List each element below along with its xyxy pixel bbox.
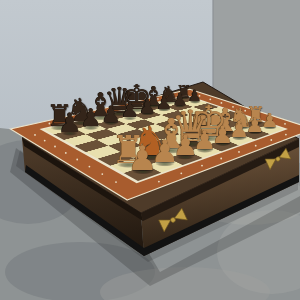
frame-coordinate-mark <box>44 140 46 142</box>
frame-coordinate-mark <box>180 172 182 174</box>
frame-coordinate-mark <box>257 114 259 116</box>
frame-coordinate-mark <box>157 98 159 100</box>
frame-coordinate-mark <box>49 123 51 125</box>
frame-coordinate-mark <box>270 139 272 141</box>
frame-coordinate-mark <box>89 166 91 168</box>
frame-coordinate-mark <box>270 118 272 120</box>
frame-coordinate-mark <box>89 113 91 115</box>
frame-coordinate-mark <box>220 158 222 160</box>
frame-coordinate-mark <box>172 95 174 97</box>
frame-coordinate-mark <box>209 98 211 100</box>
frame-coordinate-mark <box>65 152 67 154</box>
frame-coordinate-mark <box>69 118 71 120</box>
frame-coordinate-mark <box>34 134 36 136</box>
frame-coordinate-mark <box>238 151 240 153</box>
frame-coordinate-mark <box>158 181 160 183</box>
frame-coordinate-mark <box>232 106 234 108</box>
frame-coordinate-mark <box>76 159 78 161</box>
frame-coordinate-mark <box>199 95 201 97</box>
frame-coordinate-mark <box>244 110 246 112</box>
frame-coordinate-mark <box>255 145 257 147</box>
frame-coordinate-mark <box>201 165 203 167</box>
frame-coordinate-mark <box>285 134 287 136</box>
frame-coordinate-mark <box>125 105 127 107</box>
frame-coordinate-mark <box>284 123 286 125</box>
frame-coordinate-mark <box>141 102 143 104</box>
frame-coordinate-mark <box>107 109 109 111</box>
frame-coordinate-mark <box>101 173 103 175</box>
frame-coordinate-mark <box>54 146 56 148</box>
frame-coordinate-mark <box>221 102 223 104</box>
chess-set-product-photo: ♜♞♝♛♚♝♞♜♟♟♟♟♟♟♟♟♜♞♝♛♚♝♞♜♟♟♟♟♟♟♟♟ <box>0 0 300 300</box>
frame-coordinate-mark <box>115 181 117 183</box>
